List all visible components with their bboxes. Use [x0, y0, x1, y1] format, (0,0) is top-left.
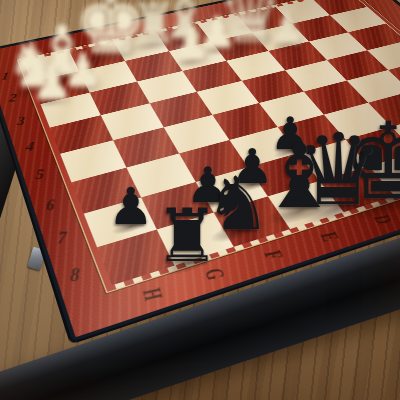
photo-scene: 12345678HGFEDCBA ♜♞♝♛♚♟♟♟♟♞♝♚♜♝♛♟♟♟♟♟ — [0, 0, 400, 400]
rank-label-8: 8 — [61, 263, 89, 288]
